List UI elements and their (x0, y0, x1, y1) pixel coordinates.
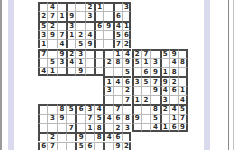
sudoku-cell[interactable]: 2 (66, 49, 75, 58)
sudoku-cell[interactable]: 2 (132, 49, 141, 58)
sudoku-cell[interactable]: 3 (66, 21, 75, 30)
sudoku-cell[interactable] (103, 2, 112, 11)
sudoku-cell[interactable]: 6 (141, 67, 150, 76)
sudoku-cell[interactable] (169, 95, 178, 104)
sudoku-cell[interactable] (122, 132, 131, 141)
sudoku-cell[interactable]: 4 (113, 21, 122, 30)
sudoku-cell[interactable]: 3 (103, 86, 112, 95)
sudoku-cell[interactable] (85, 67, 94, 76)
sudoku-cell[interactable]: 4 (38, 67, 47, 76)
sudoku-cell[interactable] (113, 67, 122, 76)
sudoku-cell[interactable]: 2 (122, 142, 131, 151)
sudoku-cell[interactable]: 1 (75, 58, 84, 67)
sudoku-cell[interactable] (85, 49, 94, 58)
sudoku-cell[interactable]: 6 (169, 86, 178, 95)
sudoku-cell[interactable]: 2 (75, 30, 84, 39)
sudoku-cell[interactable] (85, 132, 94, 141)
sudoku-cell[interactable] (94, 11, 103, 20)
sudoku-cell[interactable]: 5 (75, 39, 84, 48)
sudoku-cell[interactable]: 4 (94, 104, 103, 113)
sudoku-cell[interactable]: 7 (47, 142, 56, 151)
sudoku-cell[interactable]: 5 (150, 114, 159, 123)
sudoku-cell[interactable] (57, 142, 66, 151)
sudoku-cell[interactable]: 5 (122, 67, 131, 76)
sudoku-cell[interactable]: 8 (178, 58, 187, 67)
sudoku-cell[interactable]: 9 (150, 86, 159, 95)
sudoku-cell[interactable] (141, 86, 150, 95)
sudoku-cell[interactable]: 4 (57, 39, 66, 48)
sudoku-cell[interactable]: 6 (75, 104, 84, 113)
sudoku-cell[interactable]: 1 (141, 58, 150, 67)
sudoku-cell[interactable] (103, 30, 112, 39)
sudoku-cell[interactable] (66, 132, 75, 141)
sudoku-cell[interactable] (85, 58, 94, 67)
sudoku-cell[interactable]: 6 (113, 11, 122, 20)
sudoku-cell[interactable] (75, 11, 84, 20)
sudoku-cell[interactable] (103, 11, 112, 20)
sudoku-cell[interactable]: 5 (141, 76, 150, 85)
sudoku-cell[interactable]: 3 (85, 104, 94, 113)
sudoku-cell[interactable] (141, 123, 150, 132)
sudoku-cell[interactable]: 1 (113, 49, 122, 58)
sudoku-cell[interactable]: 9 (132, 114, 141, 123)
sudoku-cell[interactable]: 9 (57, 114, 66, 123)
sudoku-cell[interactable] (38, 132, 47, 141)
sudoku-cell[interactable]: 2 (103, 58, 112, 67)
sudoku-cell[interactable]: 8 (57, 104, 66, 113)
sudoku-cell[interactable] (94, 39, 103, 48)
sudoku-cell[interactable] (47, 104, 56, 113)
sudoku-cell[interactable] (103, 95, 112, 104)
sudoku-cell[interactable] (94, 58, 103, 67)
sudoku-cell[interactable]: 3 (132, 76, 141, 85)
sudoku-cell[interactable]: 8 (122, 114, 131, 123)
sudoku-cell[interactable] (103, 67, 112, 76)
sudoku-cell[interactable]: 8 (169, 67, 178, 76)
sudoku-cell[interactable]: 7 (66, 123, 75, 132)
sudoku-cell[interactable]: 7 (122, 95, 131, 104)
sudoku-cell[interactable]: 1 (103, 76, 112, 85)
sudoku-cell[interactable]: 6 (85, 142, 94, 151)
sudoku-cell[interactable]: 4 (122, 49, 131, 58)
sudoku-cell[interactable]: 2 (113, 123, 122, 132)
sudoku-cell[interactable]: 7 (150, 76, 159, 85)
sudoku-cell[interactable]: 3 (75, 49, 84, 58)
sudoku-cell[interactable]: 7 (57, 30, 66, 39)
sudoku-cell[interactable]: 1 (178, 86, 187, 95)
sudoku-cell[interactable]: 5 (132, 58, 141, 67)
sudoku-cell[interactable]: 1 (160, 67, 169, 76)
sudoku-cell[interactable]: 7 (47, 11, 56, 20)
sudoku-cell[interactable]: 4 (169, 104, 178, 113)
sudoku-cell[interactable]: 4 (66, 58, 75, 67)
sudoku-cell[interactable]: 7 (178, 114, 187, 123)
sudoku-cell[interactable] (66, 39, 75, 48)
sudoku-cell[interactable] (38, 104, 47, 113)
sudoku-cell[interactable]: 3 (122, 2, 131, 11)
sudoku-cell[interactable]: 9 (160, 76, 169, 85)
sudoku-cell[interactable]: 9 (75, 132, 84, 141)
sudoku-cell[interactable] (132, 67, 141, 76)
sudoku-cell[interactable]: 2 (160, 104, 169, 113)
sudoku-cell[interactable]: 9 (85, 39, 94, 48)
far-right-edge-line (233, 0, 234, 150)
sudoku-cell[interactable]: 2 (141, 95, 150, 104)
sudoku-cell[interactable]: 5 (94, 114, 103, 123)
sudoku-cell[interactable] (113, 2, 122, 11)
sudoku-cell[interactable]: 8 (94, 123, 103, 132)
sudoku-cell[interactable]: 5 (160, 49, 169, 58)
sudoku-cell[interactable]: 9 (75, 67, 84, 76)
sudoku-cell[interactable] (150, 49, 159, 58)
sudoku-cell[interactable]: 9 (66, 11, 75, 20)
sudoku-cell[interactable]: 1 (160, 123, 169, 132)
sudoku-cell[interactable]: 1 (66, 30, 75, 39)
sudoku-cell[interactable]: 4 (169, 58, 178, 67)
sudoku-cell[interactable] (38, 123, 47, 132)
sudoku-cell[interactable]: 9 (122, 58, 131, 67)
sudoku-cell[interactable]: 9 (57, 49, 66, 58)
sudoku-cell[interactable]: 5 (47, 58, 56, 67)
sudoku-cell[interactable]: 2 (122, 39, 131, 48)
sudoku-cell[interactable] (57, 67, 66, 76)
sudoku-cell[interactable] (132, 86, 141, 95)
sudoku-cell[interactable]: 1 (122, 21, 131, 30)
sudoku-cell[interactable] (66, 67, 75, 76)
sudoku-cell[interactable] (132, 123, 141, 132)
sudoku-cell[interactable]: 2 (47, 132, 56, 141)
sudoku-cell[interactable]: 4 (113, 76, 122, 85)
sudoku-cell[interactable]: 2 (47, 21, 56, 30)
sudoku-cell[interactable] (103, 123, 112, 132)
sudoku-cell[interactable] (75, 123, 84, 132)
sudoku-cell[interactable]: 6 (94, 21, 103, 30)
sudoku-cell[interactable] (47, 123, 56, 132)
sudoku-cell[interactable]: 9 (150, 67, 159, 76)
sudoku-cell[interactable] (103, 49, 112, 58)
sudoku-cell[interactable]: 7 (113, 39, 122, 48)
sudoku-cell[interactable]: 4 (85, 30, 94, 39)
sudoku-cell[interactable]: 7 (113, 104, 122, 113)
sudoku-cell[interactable]: 5 (66, 104, 75, 113)
sudoku-cell[interactable]: 3 (85, 11, 94, 20)
sudoku-cell[interactable]: 9 (103, 21, 112, 30)
sudoku-cell[interactable]: 3 (47, 114, 56, 123)
sudoku-cell[interactable]: 5 (38, 21, 47, 30)
sudoku-cell[interactable]: 6 (122, 30, 131, 39)
sudoku-cell[interactable] (132, 104, 141, 113)
sudoku-cell[interactable]: 1 (94, 2, 103, 11)
sudoku-cell[interactable]: 2 (38, 11, 47, 20)
sudoku-cell[interactable] (150, 95, 159, 104)
sudoku-cell[interactable]: 7 (141, 49, 150, 58)
sudoku-cell[interactable] (75, 21, 84, 30)
sudoku-cell[interactable] (57, 132, 66, 141)
sudoku-cell[interactable]: 3 (122, 123, 131, 132)
sudoku-cell[interactable] (57, 2, 66, 11)
sudoku-cell[interactable] (122, 104, 131, 113)
sudoku-cell[interactable]: 4 (160, 86, 169, 95)
sudoku-cell[interactable]: 1 (57, 11, 66, 20)
sudoku-cell[interactable] (178, 67, 187, 76)
sudoku-cell[interactable]: 8 (150, 104, 159, 113)
sudoku-cell[interactable]: 3 (38, 30, 47, 39)
sudoku-cell[interactable]: 5 (113, 30, 122, 39)
sudoku-cell[interactable] (103, 39, 112, 48)
sudoku-cell[interactable] (178, 49, 187, 58)
sudoku-cell[interactable] (66, 142, 75, 151)
sudoku-cell[interactable] (122, 11, 131, 20)
sudoku-cell[interactable]: 1 (38, 39, 47, 48)
sudoku-cell[interactable] (66, 114, 75, 123)
sudoku-cell[interactable]: 6 (113, 132, 122, 141)
sudoku-cell[interactable]: 1 (47, 67, 56, 76)
sudoku-cell[interactable] (75, 2, 84, 11)
sudoku-cell[interactable]: 3 (57, 58, 66, 67)
sudoku-cell[interactable]: 4 (47, 2, 56, 11)
sudoku-cell[interactable]: 2 (169, 76, 178, 85)
sudoku-cell[interactable]: 9 (169, 49, 178, 58)
sudoku-cell[interactable] (141, 114, 150, 123)
sudoku-cell[interactable]: 4 (103, 132, 112, 141)
sudoku-cell[interactable]: 5 (178, 104, 187, 113)
sudoku-cell[interactable]: 3 (150, 58, 159, 67)
sudoku-cell[interactable] (38, 114, 47, 123)
sudoku-cell[interactable] (85, 21, 94, 30)
sudoku-cell[interactable]: 9 (47, 30, 56, 39)
sudoku-cell[interactable] (47, 39, 56, 48)
sudoku-cell[interactable]: 6 (113, 114, 122, 123)
sudoku-cell[interactable]: 4 (103, 114, 112, 123)
sudoku-cell[interactable] (113, 95, 122, 104)
sudoku-cell[interactable]: 8 (113, 58, 122, 67)
sudoku-cell[interactable] (47, 49, 56, 58)
sudoku-cell[interactable] (103, 104, 112, 113)
sudoku-cell[interactable] (38, 2, 47, 11)
sudoku-cell[interactable]: 6 (38, 142, 47, 151)
sudoku-cell[interactable] (66, 2, 75, 11)
sudoku-cell[interactable] (160, 58, 169, 67)
sudoku-cell[interactable]: 7 (38, 49, 47, 58)
sudoku-cell[interactable]: 9 (178, 123, 187, 132)
sudoku-cell[interactable] (160, 114, 169, 123)
sudoku-cell[interactable] (38, 58, 47, 67)
sudoku-cell[interactable]: 9 (113, 142, 122, 151)
sudoku-cell[interactable]: 2 (122, 86, 131, 95)
sudoku-cell[interactable] (75, 114, 84, 123)
sudoku-cell[interactable]: 3 (160, 95, 169, 104)
sudoku-cell[interactable] (57, 21, 66, 30)
sudoku-cell[interactable] (94, 67, 103, 76)
sudoku-cell[interactable]: 6 (122, 76, 131, 85)
sudoku-cell[interactable] (94, 49, 103, 58)
sudoku-cell[interactable]: 4 (178, 95, 187, 104)
sudoku-cell[interactable]: 7 (85, 114, 94, 123)
sudoku-cell[interactable] (141, 104, 150, 113)
sudoku-cell[interactable]: 2 (85, 2, 94, 11)
page-edge-line (228, 0, 229, 150)
sudoku-cell[interactable] (178, 76, 187, 85)
sudoku-cell[interactable]: 1 (85, 123, 94, 132)
sudoku-cell[interactable] (94, 142, 103, 151)
sudoku-cell[interactable]: 5 (75, 142, 84, 151)
sudoku-cell[interactable] (103, 142, 112, 151)
sudoku-cell[interactable]: 1 (132, 95, 141, 104)
sudoku-grid: 4213271936523694139712456145972792314275… (0, 0, 235, 150)
sudoku-cell[interactable] (57, 123, 66, 132)
sudoku-cell[interactable]: 1 (169, 114, 178, 123)
puzzle-page: 4213271936523694139712456145972792314275… (0, 0, 235, 150)
sudoku-cell[interactable]: 8 (94, 132, 103, 141)
sudoku-cell[interactable] (94, 30, 103, 39)
sudoku-cell[interactable] (113, 86, 122, 95)
right-margin-stripe (204, 0, 210, 150)
sudoku-cell[interactable]: 6 (169, 123, 178, 132)
sudoku-cell[interactable]: 4 (150, 123, 159, 132)
